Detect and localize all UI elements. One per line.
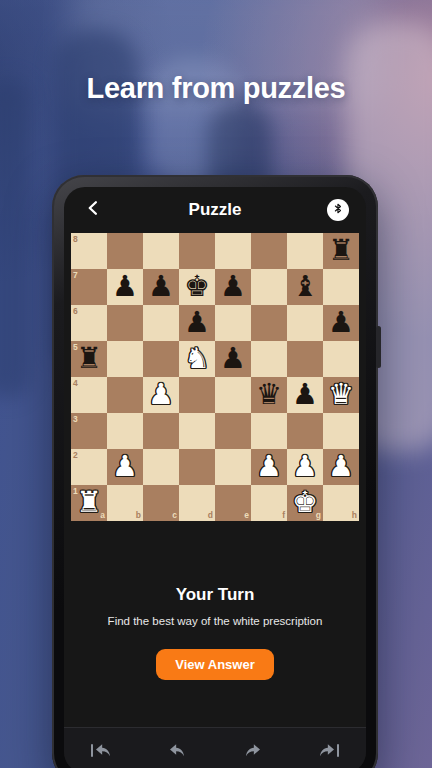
- chevron-left-icon: [84, 199, 102, 221]
- square-e5[interactable]: ♟: [215, 341, 251, 377]
- view-answer-button[interactable]: View Answer: [156, 649, 273, 680]
- square-f8[interactable]: [251, 233, 287, 269]
- square-b2[interactable]: ♟: [107, 449, 143, 485]
- black-king: ♚: [184, 272, 210, 303]
- white-pawn: ♟: [328, 452, 354, 483]
- square-b3[interactable]: [107, 413, 143, 449]
- rank-label: 4: [73, 378, 78, 388]
- square-c1[interactable]: c: [143, 485, 179, 521]
- square-a8[interactable]: 8: [71, 233, 107, 269]
- square-g6[interactable]: [287, 305, 323, 341]
- black-rook: ♜: [328, 236, 354, 267]
- square-a7[interactable]: 7: [71, 269, 107, 305]
- square-b7[interactable]: ♟: [107, 269, 143, 305]
- square-e7[interactable]: ♟: [215, 269, 251, 305]
- square-e4[interactable]: [215, 377, 251, 413]
- square-a5[interactable]: 5♜: [71, 341, 107, 377]
- undo-button[interactable]: [164, 738, 192, 763]
- square-c4[interactable]: ♟: [143, 377, 179, 413]
- file-label: f: [282, 510, 285, 520]
- square-g4[interactable]: ♟: [287, 377, 323, 413]
- square-c3[interactable]: [143, 413, 179, 449]
- rank-label: 3: [73, 414, 78, 424]
- chess-piece-silhouette: [0, 78, 30, 398]
- phone-side-button: [376, 326, 381, 368]
- square-d4[interactable]: [179, 377, 215, 413]
- white-pawn: ♟: [148, 380, 174, 411]
- square-a6[interactable]: 6: [71, 305, 107, 341]
- square-b5[interactable]: [107, 341, 143, 377]
- square-a3[interactable]: 3: [71, 413, 107, 449]
- square-a4[interactable]: 4: [71, 377, 107, 413]
- square-b6[interactable]: [107, 305, 143, 341]
- black-queen: ♛: [256, 380, 282, 411]
- page-title: Puzzle: [64, 200, 366, 220]
- skip-to-end-icon: [316, 742, 336, 759]
- square-d7[interactable]: ♚: [179, 269, 215, 305]
- black-pawn: ♟: [112, 272, 138, 303]
- square-h5[interactable]: [323, 341, 359, 377]
- square-f7[interactable]: [251, 269, 287, 305]
- rank-label: 7: [73, 270, 78, 280]
- square-f1[interactable]: f: [251, 485, 287, 521]
- black-pawn: ♟: [184, 308, 210, 339]
- square-c6[interactable]: [143, 305, 179, 341]
- rank-label: 1: [73, 486, 78, 496]
- hero-title: Learn from puzzles: [0, 72, 432, 105]
- square-h8[interactable]: ♜: [323, 233, 359, 269]
- square-b8[interactable]: [107, 233, 143, 269]
- square-b4[interactable]: [107, 377, 143, 413]
- rank-label: 8: [73, 234, 78, 244]
- white-queen: ♛: [328, 380, 354, 411]
- redo-icon: [242, 742, 262, 759]
- white-knight: ♞: [184, 344, 210, 375]
- skip-to-start-icon: [94, 742, 114, 759]
- square-g2[interactable]: ♟: [287, 449, 323, 485]
- white-pawn: ♟: [256, 452, 282, 483]
- white-pawn: ♟: [112, 452, 138, 483]
- skip-to-start-button[interactable]: [87, 738, 119, 763]
- black-pawn: ♟: [328, 308, 354, 339]
- skip-to-start-icon: [91, 744, 94, 757]
- prompt-subtitle: Find the best way of the white prescript…: [64, 615, 366, 627]
- square-f5[interactable]: [251, 341, 287, 377]
- square-e3[interactable]: [215, 413, 251, 449]
- square-c2[interactable]: [143, 449, 179, 485]
- square-f6[interactable]: [251, 305, 287, 341]
- black-rook: ♜: [76, 344, 102, 375]
- file-label: d: [208, 510, 213, 520]
- square-c5[interactable]: [143, 341, 179, 377]
- chess-board[interactable]: 8♜7♟♟♚♟♝6♟♟5♜♞♟4♟♛♟♛32♟♟♟♟1a♜bcdefg♚h: [71, 233, 359, 521]
- square-h7[interactable]: [323, 269, 359, 305]
- black-pawn: ♟: [220, 272, 246, 303]
- square-h3[interactable]: [323, 413, 359, 449]
- square-g8[interactable]: [287, 233, 323, 269]
- square-a2[interactable]: 2: [71, 449, 107, 485]
- square-h2[interactable]: ♟: [323, 449, 359, 485]
- square-g7[interactable]: ♝: [287, 269, 323, 305]
- file-label: e: [244, 510, 249, 520]
- square-e6[interactable]: [215, 305, 251, 341]
- black-pawn: ♟: [292, 380, 318, 411]
- prompt-heading: Your Turn: [64, 585, 366, 605]
- phone-screen: Puzzle 8♜7♟♟♚♟♝6♟♟5♜♞♟4♟♛♟♛32♟♟♟♟1a♜bcde…: [64, 187, 366, 768]
- white-king: ♚: [292, 488, 318, 519]
- square-g1[interactable]: g♚: [287, 485, 323, 521]
- black-pawn: ♟: [220, 344, 246, 375]
- square-h6[interactable]: ♟: [323, 305, 359, 341]
- square-d6[interactable]: ♟: [179, 305, 215, 341]
- move-navigation-bar: [64, 727, 366, 768]
- square-d3[interactable]: [179, 413, 215, 449]
- back-button[interactable]: [81, 198, 105, 222]
- square-f3[interactable]: [251, 413, 287, 449]
- square-c7[interactable]: ♟: [143, 269, 179, 305]
- white-rook: ♜: [76, 488, 102, 519]
- square-h4[interactable]: ♛: [323, 377, 359, 413]
- square-h1[interactable]: h: [323, 485, 359, 521]
- file-label: b: [136, 510, 141, 520]
- bluetooth-icon: [332, 201, 344, 219]
- square-d5[interactable]: ♞: [179, 341, 215, 377]
- file-label: g: [316, 510, 321, 520]
- square-g3[interactable]: [287, 413, 323, 449]
- square-f2[interactable]: ♟: [251, 449, 287, 485]
- file-label: c: [172, 510, 177, 520]
- phone-mockup: Puzzle 8♜7♟♟♚♟♝6♟♟5♜♞♟4♟♛♟♛32♟♟♟♟1a♜bcde…: [52, 175, 378, 768]
- undo-icon: [168, 742, 188, 759]
- file-label: a: [100, 510, 105, 520]
- white-pawn: ♟: [292, 452, 318, 483]
- rank-label: 2: [73, 450, 78, 460]
- black-bishop: ♝: [292, 272, 318, 303]
- redo-button[interactable]: [238, 738, 266, 763]
- app-header: Puzzle: [64, 187, 366, 233]
- skip-to-end-button[interactable]: [312, 738, 344, 763]
- square-e1[interactable]: e: [215, 485, 251, 521]
- skip-to-end-icon: [337, 744, 340, 757]
- square-c8[interactable]: [143, 233, 179, 269]
- puzzle-prompt: Your Turn Find the best way of the white…: [64, 585, 366, 680]
- square-b1[interactable]: b: [107, 485, 143, 521]
- rank-label: 6: [73, 306, 78, 316]
- square-a1[interactable]: 1a♜: [71, 485, 107, 521]
- square-g5[interactable]: [287, 341, 323, 377]
- square-f4[interactable]: ♛: [251, 377, 287, 413]
- bluetooth-button[interactable]: [327, 199, 349, 221]
- square-d1[interactable]: d: [179, 485, 215, 521]
- square-d8[interactable]: [179, 233, 215, 269]
- black-pawn: ♟: [148, 272, 174, 303]
- rank-label: 5: [73, 342, 78, 352]
- square-e2[interactable]: [215, 449, 251, 485]
- square-d2[interactable]: [179, 449, 215, 485]
- square-e8[interactable]: [215, 233, 251, 269]
- file-label: h: [352, 510, 357, 520]
